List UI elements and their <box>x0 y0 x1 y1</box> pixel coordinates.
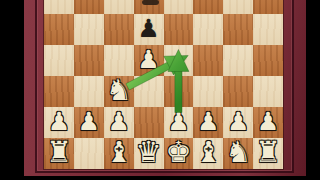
square-d2 <box>134 107 164 138</box>
square-g2: ♟ <box>223 107 253 138</box>
white-pawn-f2: ♟ <box>197 109 219 134</box>
square-h1: ♜ <box>253 138 283 169</box>
white-knight-g1: ♞ <box>225 138 251 167</box>
square-h6 <box>253 0 283 14</box>
square-f2: ♟ <box>193 107 223 138</box>
square-c2: ♟ <box>104 107 134 138</box>
white-knight-c3: ♞ <box>106 76 132 105</box>
square-c3: ♞ <box>104 76 134 107</box>
square-b3 <box>74 76 104 107</box>
white-king-e1: ♚ <box>165 138 191 167</box>
chess-board: ♟♟♞♟♟♟♟♟♟♟♜♝♛♚♝♞♜ <box>44 0 283 169</box>
white-pawn-d4: ♟ <box>137 47 159 72</box>
square-e5 <box>164 14 194 45</box>
white-bishop-f1: ♝ <box>195 138 221 167</box>
square-f4 <box>193 45 223 76</box>
square-f5 <box>193 14 223 45</box>
white-pawn-c2: ♟ <box>107 109 129 134</box>
square-d5: ♟ <box>134 14 164 45</box>
square-b1 <box>74 138 104 169</box>
square-a6 <box>44 0 74 14</box>
square-a2: ♟ <box>44 107 74 138</box>
square-a1: ♜ <box>44 138 74 169</box>
square-c1: ♝ <box>104 138 134 169</box>
square-b4 <box>74 45 104 76</box>
square-e2: ♟ <box>164 107 194 138</box>
white-pawn-b2: ♟ <box>78 109 100 134</box>
square-d1: ♛ <box>134 138 164 169</box>
square-h5 <box>253 14 283 45</box>
square-g4 <box>223 45 253 76</box>
white-bishop-c1: ♝ <box>106 138 132 167</box>
square-d4: ♟ <box>134 45 164 76</box>
square-b5 <box>74 14 104 45</box>
white-queen-d1: ♛ <box>136 138 162 167</box>
square-e4 <box>164 45 194 76</box>
square-a3 <box>44 76 74 107</box>
square-f6 <box>193 0 223 14</box>
square-a5 <box>44 14 74 45</box>
white-pawn-a2: ♟ <box>48 109 70 134</box>
square-e6 <box>164 0 194 14</box>
square-g3 <box>223 76 253 107</box>
square-e3 <box>164 76 194 107</box>
square-a4 <box>44 45 74 76</box>
square-d3 <box>134 76 164 107</box>
square-b2: ♟ <box>74 107 104 138</box>
square-c6 <box>104 0 134 14</box>
square-c5 <box>104 14 134 45</box>
square-f1: ♝ <box>193 138 223 169</box>
square-g5 <box>223 14 253 45</box>
white-pawn-e2: ♟ <box>167 109 189 134</box>
cropped-piece-sliver-d6 <box>142 0 159 5</box>
white-pawn-h2: ♟ <box>257 109 279 134</box>
thumbnail-stage: ♟♟♞♟♟♟♟♟♟♟♜♝♛♚♝♞♜ <box>0 0 320 180</box>
square-h3 <box>253 76 283 107</box>
black-pawn-d5: ♟ <box>137 16 159 41</box>
square-h4 <box>253 45 283 76</box>
white-pawn-g2: ♟ <box>227 109 249 134</box>
square-b6 <box>74 0 104 14</box>
square-e1: ♚ <box>164 138 194 169</box>
square-c4 <box>104 45 134 76</box>
square-g6 <box>223 0 253 14</box>
square-g1: ♞ <box>223 138 253 169</box>
white-rook-a1: ♜ <box>46 138 72 167</box>
square-f3 <box>193 76 223 107</box>
white-rook-h1: ♜ <box>255 138 281 167</box>
square-h2: ♟ <box>253 107 283 138</box>
